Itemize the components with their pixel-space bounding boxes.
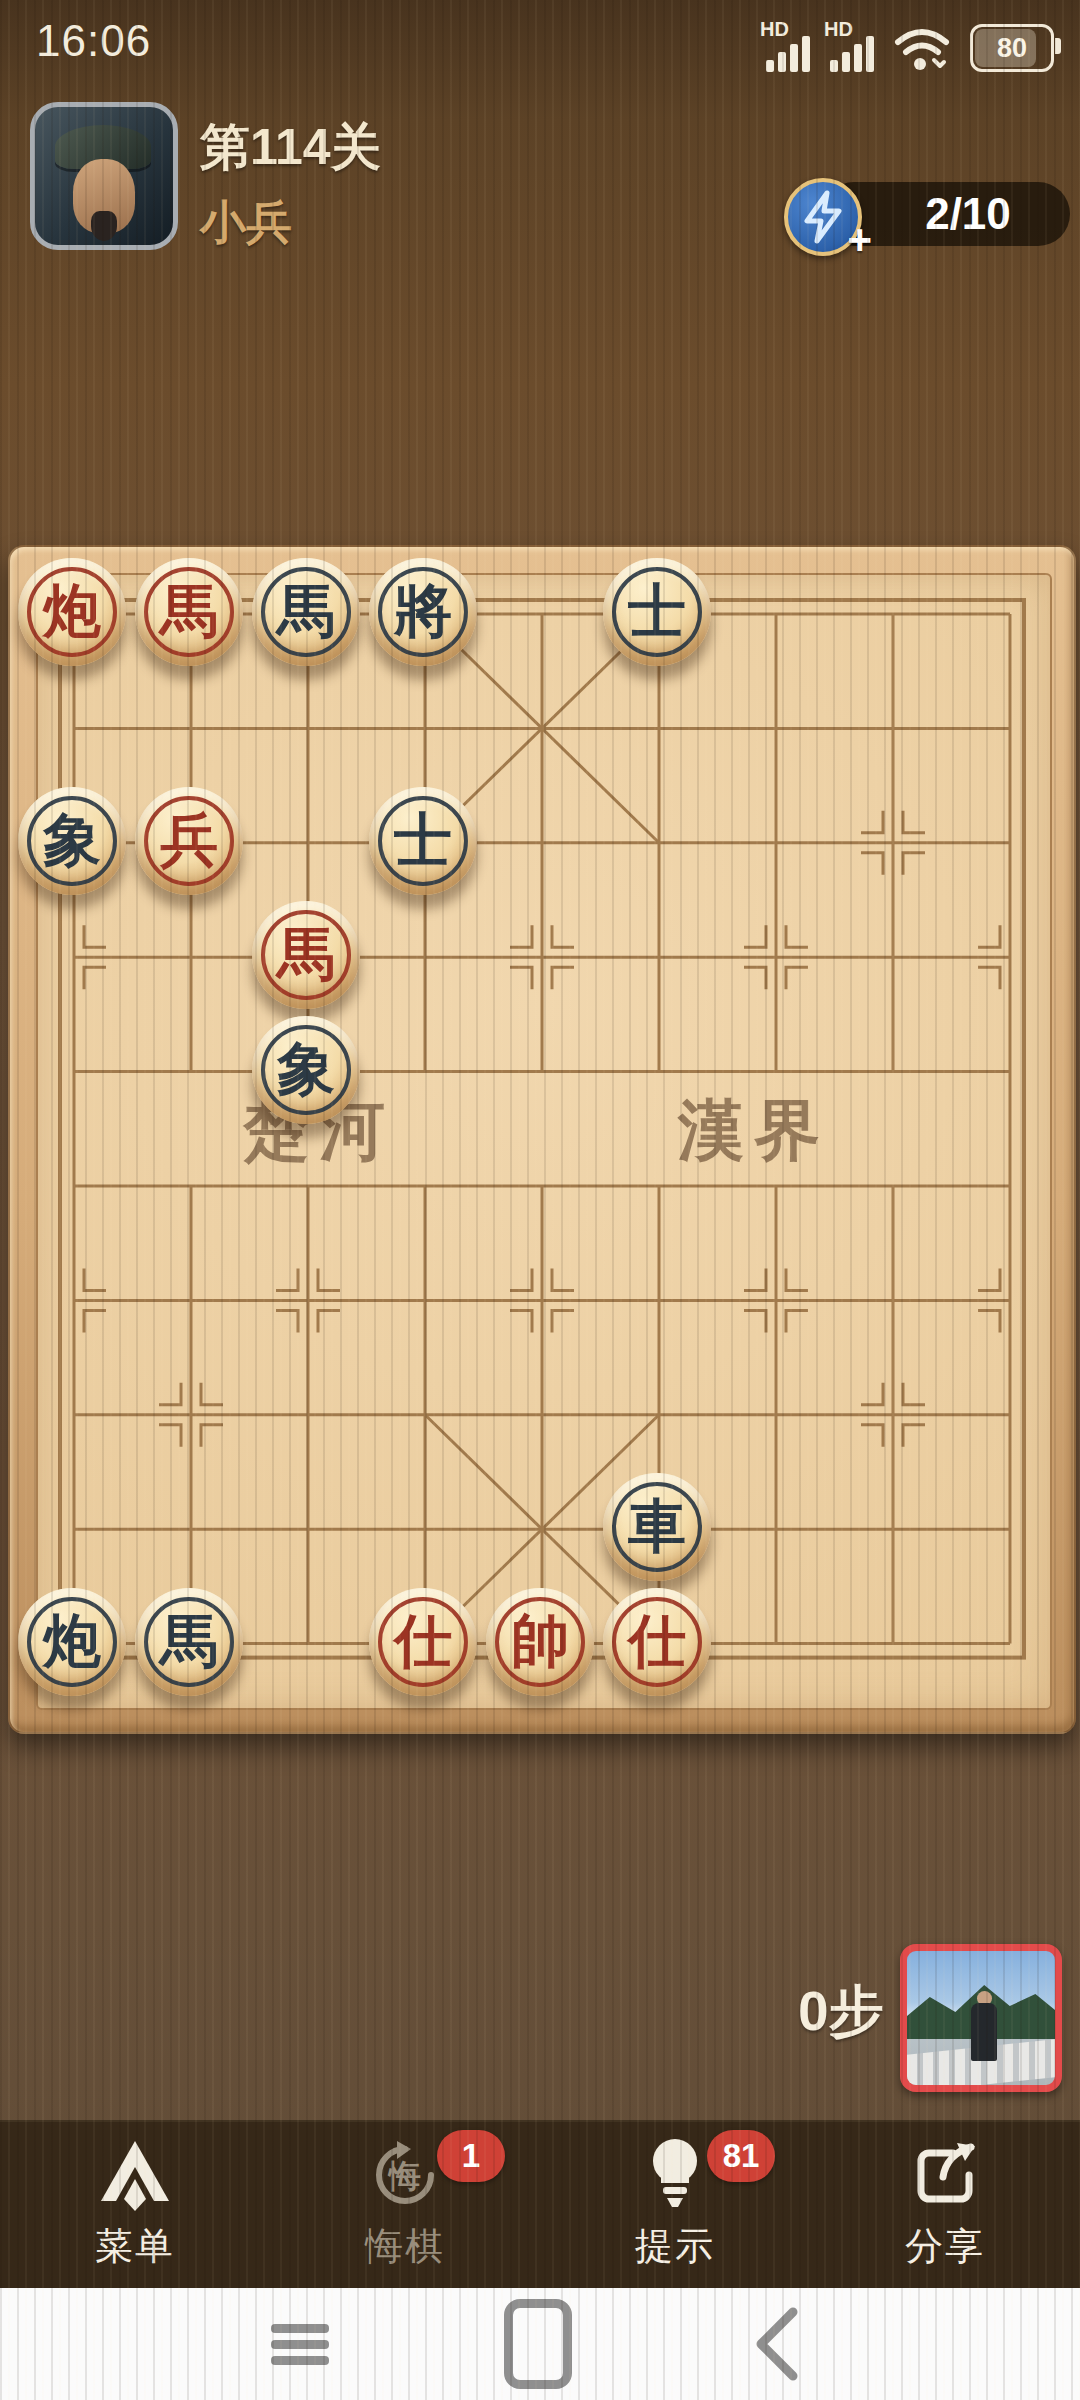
share-icon	[907, 2137, 983, 2213]
video-thumbnail[interactable]	[900, 1944, 1062, 2092]
player-avatar[interactable]	[30, 102, 178, 250]
xiangqi-piece-black[interactable]: 將	[369, 558, 477, 666]
xiangqi-piece-red[interactable]: 馬	[252, 901, 360, 1009]
wifi-icon	[894, 26, 950, 72]
status-icons: HD HD 80	[766, 24, 1054, 72]
menu-arrow-icon	[98, 2137, 172, 2213]
status-bar: 16:06 HD HD 80	[0, 0, 1080, 92]
xiangqi-piece-black[interactable]: 炮	[18, 1588, 126, 1696]
share-button[interactable]: 分享	[810, 2120, 1080, 2288]
xiangqi-piece-black[interactable]: 車	[603, 1473, 711, 1581]
piece-layer: 炮馬馬將士象兵士馬象車炮馬仕帥仕	[10, 547, 1074, 1732]
xiangqi-piece-red[interactable]: 帥	[486, 1588, 594, 1696]
xiangqi-piece-black[interactable]: 象	[18, 787, 126, 895]
app-screen: 16:06 HD HD 80	[0, 0, 1080, 2400]
energy-value: 2/10	[925, 189, 1011, 239]
recents-icon[interactable]	[240, 2288, 360, 2400]
system-nav-bar	[0, 2288, 1080, 2400]
xiangqi-piece-red[interactable]: 炮	[18, 558, 126, 666]
player-rank: 小兵	[200, 192, 292, 254]
clock: 16:06	[36, 16, 151, 66]
xiangqi-piece-black[interactable]: 馬	[252, 558, 360, 666]
undo-count-badge: 1	[437, 2130, 505, 2182]
signal-icon: HD	[766, 22, 810, 72]
add-energy-button[interactable]: +	[847, 216, 872, 264]
battery-icon: 80	[970, 24, 1054, 72]
xiangqi-piece-black[interactable]: 士	[603, 558, 711, 666]
menu-button[interactable]: 菜单	[0, 2120, 270, 2288]
back-icon[interactable]	[716, 2288, 836, 2400]
xiangqi-piece-red[interactable]: 仕	[603, 1588, 711, 1696]
xiangqi-piece-red[interactable]: 兵	[135, 787, 243, 895]
undo-button[interactable]: 悔 悔棋 1	[270, 2120, 540, 2288]
hint-count-badge: 81	[707, 2130, 775, 2182]
signal-icon: HD	[830, 22, 874, 72]
lightning-coin-icon[interactable]: +	[784, 178, 862, 256]
undo-icon: 悔	[367, 2137, 443, 2213]
xiangqi-piece-red[interactable]: 仕	[369, 1588, 477, 1696]
hint-button[interactable]: 提示 81	[540, 2120, 810, 2288]
bottom-toolbar: 菜单 悔 悔棋 1 提示 81	[0, 2120, 1080, 2288]
lightbulb-icon	[643, 2137, 707, 2213]
level-title: 第114关	[200, 114, 381, 181]
xiangqi-piece-red[interactable]: 馬	[135, 558, 243, 666]
home-icon[interactable]	[478, 2288, 598, 2400]
move-counter: 0步	[798, 1975, 884, 2049]
xiangqi-board[interactable]: 楚河 漢界 炮馬馬將士象兵士馬象車炮馬仕帥仕	[8, 545, 1076, 1734]
xiangqi-piece-black[interactable]: 象	[252, 1016, 360, 1124]
xiangqi-piece-black[interactable]: 士	[369, 787, 477, 895]
svg-text:悔: 悔	[387, 2157, 421, 2195]
xiangqi-piece-black[interactable]: 馬	[135, 1588, 243, 1696]
